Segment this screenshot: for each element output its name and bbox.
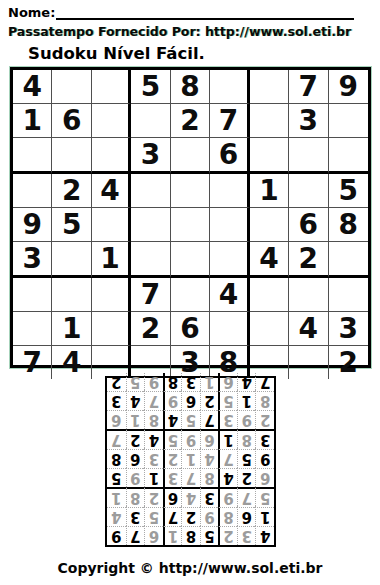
cell-r8c5: 6 [171, 312, 210, 346]
solution-cell-r5c9: 8 [107, 449, 126, 468]
solution-cell-r4c6: 3 [162, 468, 181, 487]
solution-cell-r7c4: 7 [199, 410, 218, 429]
cell-r5c7[interactable] [250, 208, 289, 242]
cell-r6c7: 4 [250, 242, 289, 278]
solution-cell-r4c7: 1 [144, 468, 163, 487]
cell-r7c2[interactable] [52, 278, 91, 312]
solution-cell-r7c7: 8 [144, 410, 163, 429]
solution-cell-r8c2: 1 [236, 391, 255, 410]
solution-grid-upside-down: 4325816791689275345793462816248731959574… [105, 376, 276, 547]
cell-r5c9: 8 [329, 208, 368, 242]
cell-r1c8: 7 [289, 70, 328, 104]
cell-r2c6: 7 [210, 104, 249, 138]
cell-r3c3[interactable] [92, 138, 131, 174]
solution-cell-r5c8: 6 [125, 449, 144, 468]
cell-r8c7[interactable] [250, 312, 289, 346]
solution-cell-r8c8: 4 [125, 391, 144, 410]
cell-r7c8[interactable] [289, 278, 328, 312]
solution-cell-r8c7: 7 [144, 391, 163, 410]
worksheet-page: Nome: Passatempo Fornecido Por: http://w… [0, 0, 380, 585]
solution-cell-r4c1: 6 [255, 468, 274, 487]
cell-r4c1[interactable] [13, 174, 52, 208]
cell-r2c4[interactable] [131, 104, 170, 138]
page-title: Sudoku Nível Fácil. [28, 44, 380, 63]
solution-cell-r2c7: 5 [144, 507, 163, 526]
solution-cell-r9c6: 8 [162, 373, 181, 391]
cell-r4c4[interactable] [131, 174, 170, 208]
solution-cell-r9c7: 9 [144, 373, 163, 391]
cell-r3c6: 6 [210, 138, 249, 174]
solution-cell-r4c3: 4 [218, 468, 237, 487]
cell-r7c1[interactable] [13, 278, 52, 312]
cell-r6c3: 1 [92, 242, 131, 278]
cell-r6c5[interactable] [171, 242, 210, 278]
cell-r3c5[interactable] [171, 138, 210, 174]
cell-r9c1: 7 [13, 346, 52, 379]
cell-r1c7[interactable] [250, 70, 289, 104]
cell-r4c8[interactable] [289, 174, 328, 208]
solution-cell-r8c5: 6 [181, 391, 200, 410]
cell-r2c2: 6 [52, 104, 91, 138]
solution-cell-r9c3: 6 [218, 373, 237, 391]
solution-cell-r4c8: 9 [125, 468, 144, 487]
solution-cell-r5c7: 3 [144, 449, 163, 468]
solution-cell-r2c6: 7 [162, 507, 181, 526]
solution-cell-r5c2: 5 [236, 449, 255, 468]
cell-r7c3[interactable] [92, 278, 131, 312]
cell-r3c4: 3 [131, 138, 170, 174]
cell-r3c9[interactable] [329, 138, 368, 174]
cell-r3c1[interactable] [13, 138, 52, 174]
cell-r8c4: 2 [131, 312, 170, 346]
solution-cell-r3c8: 8 [125, 487, 144, 507]
solution-cell-r1c5: 8 [181, 526, 200, 545]
solution-cell-r8c3: 5 [218, 391, 237, 410]
main-sudoku-grid: 458791627336241595683142741264374382 [10, 67, 371, 368]
solution-cell-r5c4: 4 [199, 449, 218, 468]
cell-r1c9: 9 [329, 70, 368, 104]
solution-cell-r9c2: 4 [236, 373, 255, 391]
solution-cell-r6c8: 2 [125, 429, 144, 449]
cell-r6c4[interactable] [131, 242, 170, 278]
name-row: Nome: [8, 3, 354, 20]
solution-cell-r6c3: 1 [218, 429, 237, 449]
cell-r1c6[interactable] [210, 70, 249, 104]
cell-r5c8: 6 [289, 208, 328, 242]
cell-r8c9: 3 [329, 312, 368, 346]
solution-cell-r6c6: 5 [162, 429, 181, 449]
solution-cell-r2c1: 1 [255, 507, 274, 526]
solution-cell-r9c4: 1 [199, 373, 218, 391]
solution-area: 4325816791689275345793462816248731959574… [0, 376, 380, 547]
solution-cell-r1c7: 6 [144, 526, 163, 545]
cell-r2c8: 3 [289, 104, 328, 138]
solution-cell-r8c1: 8 [255, 391, 274, 410]
solution-cell-r3c2: 7 [236, 487, 255, 507]
solution-cell-r1c3: 2 [218, 526, 237, 545]
solution-cell-r8c4: 2 [199, 391, 218, 410]
cell-r6c9[interactable] [329, 242, 368, 278]
solution-cell-r3c4: 3 [199, 487, 218, 507]
cell-r3c2[interactable] [52, 138, 91, 174]
cell-r6c6[interactable] [210, 242, 249, 278]
solution-cell-r3c7: 2 [144, 487, 163, 507]
solution-cell-r7c8: 1 [125, 410, 144, 429]
cell-r9c2: 4 [52, 346, 91, 379]
cell-r3c7[interactable] [250, 138, 289, 174]
cell-r4c9: 5 [329, 174, 368, 208]
solution-cell-r4c4: 8 [199, 468, 218, 487]
cell-r6c2[interactable] [52, 242, 91, 278]
cell-r1c2[interactable] [52, 70, 91, 104]
cell-r8c1[interactable] [13, 312, 52, 346]
solution-cell-r1c9: 9 [107, 526, 126, 545]
cell-r2c3[interactable] [92, 104, 131, 138]
solution-cell-r7c1: 2 [255, 410, 274, 429]
cell-r7c9[interactable] [329, 278, 368, 312]
copyright-line: Copyright © http://www.sol.eti.br [0, 560, 380, 576]
solution-cell-r5c1: 9 [255, 449, 274, 468]
solution-cell-r2c3: 8 [218, 507, 237, 526]
cell-r7c5[interactable] [171, 278, 210, 312]
solution-cell-r6c4: 6 [199, 429, 218, 449]
solution-cell-r3c5: 4 [181, 487, 200, 507]
cell-r5c5[interactable] [171, 208, 210, 242]
cell-r4c6[interactable] [210, 174, 249, 208]
solution-cell-r6c1: 3 [255, 429, 274, 449]
solution-cell-r9c9: 2 [107, 373, 126, 391]
solution-cell-r7c3: 3 [218, 410, 237, 429]
cell-r6c8: 2 [289, 242, 328, 278]
cell-r5c6[interactable] [210, 208, 249, 242]
cell-r6c1: 3 [13, 242, 52, 278]
solution-cell-r5c6: 2 [162, 449, 181, 468]
solution-cell-r7c6: 4 [162, 410, 181, 429]
cell-r4c2: 2 [52, 174, 91, 208]
solution-cell-r1c4: 5 [199, 526, 218, 545]
cell-r1c4: 5 [131, 70, 170, 104]
solution-cell-r1c1: 4 [255, 526, 274, 545]
provider-line: Passatempo Fornecido Por: http://www.sol… [8, 24, 380, 39]
cell-r2c7[interactable] [250, 104, 289, 138]
cell-r2c9[interactable] [329, 104, 368, 138]
solution-cell-r5c3: 7 [218, 449, 237, 468]
solution-cell-r7c5: 5 [181, 410, 200, 429]
solution-cell-r3c6: 6 [162, 487, 181, 507]
cell-r8c8: 4 [289, 312, 328, 346]
cell-r9c8[interactable] [289, 346, 328, 379]
solution-cell-r1c2: 3 [236, 526, 255, 545]
cell-r5c2: 5 [52, 208, 91, 242]
solution-cell-r1c6: 1 [162, 526, 181, 545]
cell-r8c6[interactable] [210, 312, 249, 346]
solution-cell-r2c8: 3 [125, 507, 144, 526]
cell-r4c7: 1 [250, 174, 289, 208]
solution-cell-r6c5: 9 [181, 429, 200, 449]
solution-cell-r1c8: 7 [125, 526, 144, 545]
solution-cell-r5c5: 1 [181, 449, 200, 468]
solution-cell-r6c7: 4 [144, 429, 163, 449]
solution-cell-r6c9: 7 [107, 429, 126, 449]
solution-cell-r8c6: 9 [162, 391, 181, 410]
cell-r2c5: 2 [171, 104, 210, 138]
solution-cell-r9c1: 7 [255, 373, 274, 391]
cell-r7c6: 4 [210, 278, 249, 312]
cell-r2c1: 1 [13, 104, 52, 138]
solution-cell-r4c9: 5 [107, 468, 126, 487]
cell-r7c7[interactable] [250, 278, 289, 312]
cell-r5c4[interactable] [131, 208, 170, 242]
solution-cell-r4c5: 7 [181, 468, 200, 487]
solution-cell-r3c3: 9 [218, 487, 237, 507]
cell-r1c1: 4 [13, 70, 52, 104]
solution-cell-r2c4: 9 [199, 507, 218, 526]
cell-r7c4: 7 [131, 278, 170, 312]
cell-r8c3[interactable] [92, 312, 131, 346]
cell-r5c1: 9 [13, 208, 52, 242]
solution-cell-r3c1: 5 [255, 487, 274, 507]
solution-cell-r7c9: 6 [107, 410, 126, 429]
name-label: Nome: [8, 5, 55, 20]
cell-r1c3[interactable] [92, 70, 131, 104]
cell-r9c9: 2 [329, 346, 368, 379]
solution-cell-r9c8: 5 [125, 373, 144, 391]
solution-cell-r4c2: 2 [236, 468, 255, 487]
cell-r3c8[interactable] [289, 138, 328, 174]
cell-r5c3[interactable] [92, 208, 131, 242]
name-fill-line[interactable] [56, 5, 354, 20]
cell-r4c3: 4 [92, 174, 131, 208]
solution-cell-r3c9: 1 [107, 487, 126, 507]
solution-cell-r6c2: 8 [236, 429, 255, 449]
solution-cell-r8c9: 3 [107, 391, 126, 410]
solution-cell-r2c9: 4 [107, 507, 126, 526]
cell-r8c2: 1 [52, 312, 91, 346]
solution-cell-r9c5: 3 [181, 373, 200, 391]
solution-cell-r7c2: 9 [236, 410, 255, 429]
cell-r4c5[interactable] [171, 174, 210, 208]
cell-r1c5: 8 [171, 70, 210, 104]
solution-cell-r2c2: 6 [236, 507, 255, 526]
solution-cell-r2c5: 2 [181, 507, 200, 526]
